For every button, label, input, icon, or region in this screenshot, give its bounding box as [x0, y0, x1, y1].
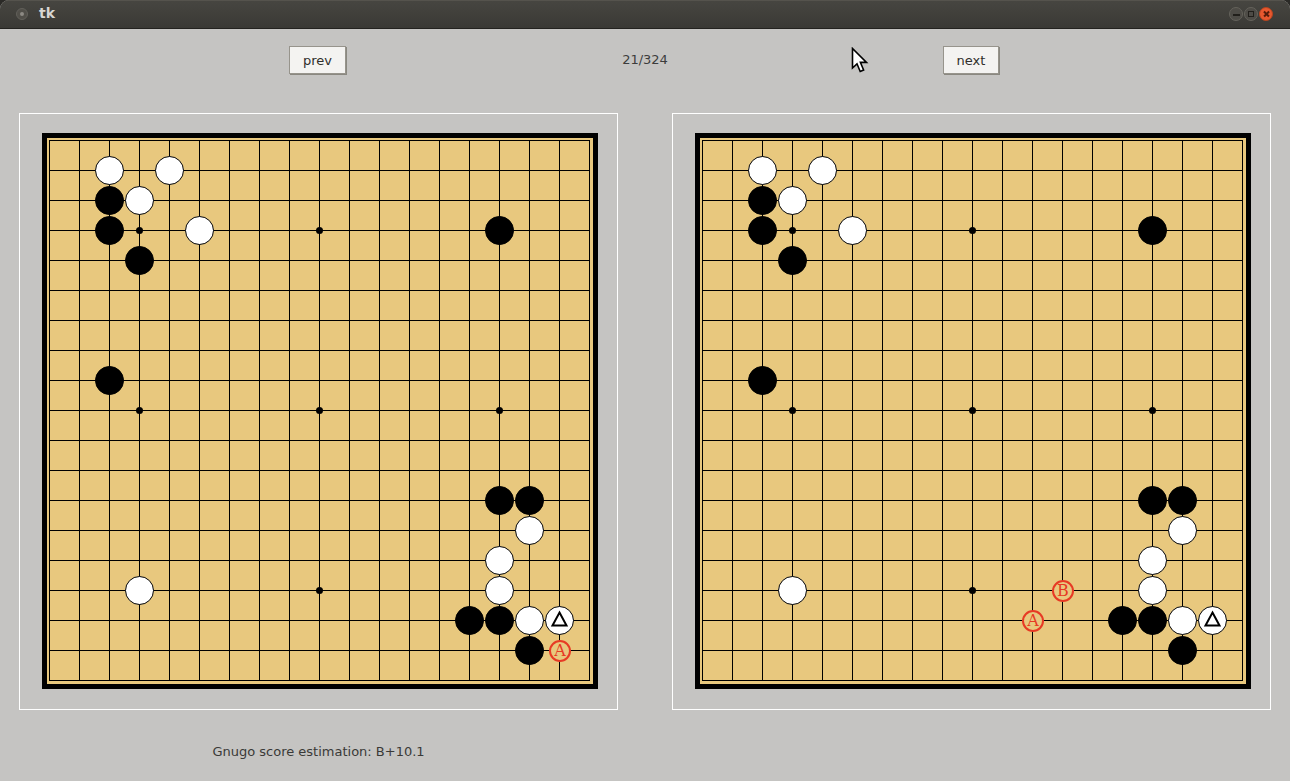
white-stone [485, 546, 514, 575]
star-point [316, 587, 323, 594]
white-stone [1168, 606, 1197, 635]
right-board-canvas[interactable]: AB [672, 113, 1271, 710]
star-point [789, 407, 796, 414]
go-board-left[interactable]: A [42, 133, 598, 689]
star-point [789, 227, 796, 234]
grid-line [702, 440, 1243, 441]
black-stone [1138, 216, 1167, 245]
black-stone [125, 246, 154, 275]
black-stone [748, 366, 777, 395]
black-stone [1138, 486, 1167, 515]
triangle-mark [1198, 606, 1227, 635]
white-stone [95, 156, 124, 185]
black-stone [95, 186, 124, 215]
close-icon [1260, 8, 1272, 20]
black-stone [748, 216, 777, 245]
grid-line [49, 440, 590, 441]
left-board-canvas[interactable]: A [19, 113, 618, 710]
maximize-button[interactable] [1244, 7, 1258, 21]
white-stone [778, 186, 807, 215]
grid-line [1092, 140, 1093, 681]
grid-line [379, 140, 380, 681]
star-point [136, 407, 143, 414]
white-stone [155, 156, 184, 185]
board-grid-left: A [49, 140, 590, 681]
black-stone [515, 486, 544, 515]
white-stone [838, 216, 867, 245]
app-window: tk prev 21/324 next A AB Gnugo score est… [0, 0, 1290, 781]
grid-line [439, 140, 440, 681]
black-stone [1168, 486, 1197, 515]
star-point [969, 407, 976, 414]
black-stone [95, 366, 124, 395]
star-point [136, 227, 143, 234]
score-estimation-label: Gnugo score estimation: B+10.1 [19, 744, 618, 759]
grid-line [559, 140, 560, 681]
grid-line [1182, 140, 1183, 681]
minimize-icon [1233, 14, 1240, 16]
black-stone [1138, 606, 1167, 635]
white-stone [515, 516, 544, 545]
point-label-b[interactable]: B [1052, 580, 1074, 602]
grid-line [49, 530, 590, 531]
white-stone [485, 576, 514, 605]
grid-line [1242, 140, 1243, 681]
point-label-a[interactable]: A [549, 640, 571, 662]
grid-line [1032, 140, 1033, 681]
white-stone [748, 156, 777, 185]
grid-line [1122, 140, 1123, 681]
white-stone [1168, 516, 1197, 545]
prev-button[interactable]: prev [289, 46, 346, 74]
app-icon [16, 8, 28, 20]
grid-line [349, 140, 350, 681]
white-stone [1138, 546, 1167, 575]
grid-line [702, 680, 1243, 681]
star-point [969, 587, 976, 594]
grid-line [702, 650, 1243, 651]
black-stone [1108, 606, 1137, 635]
star-point [496, 407, 503, 414]
white-stone [778, 576, 807, 605]
triangle-mark [545, 606, 574, 635]
black-stone [1168, 636, 1197, 665]
titlebar: tk [0, 0, 1290, 29]
grid-line [49, 470, 590, 471]
black-stone [778, 246, 807, 275]
grid-line [49, 680, 590, 681]
grid-line [49, 650, 590, 651]
maximize-icon [1248, 11, 1254, 17]
white-stone [808, 156, 837, 185]
black-stone [485, 606, 514, 635]
white-stone [125, 186, 154, 215]
position-counter: 21/324 [560, 52, 730, 67]
window-title: tk [39, 5, 55, 21]
grid-line [1212, 140, 1213, 681]
minimize-button[interactable] [1229, 7, 1243, 21]
next-button[interactable]: next [943, 46, 999, 74]
white-stone [125, 576, 154, 605]
point-label-a[interactable]: A [1022, 610, 1044, 632]
grid-line [702, 470, 1243, 471]
grid-line [529, 140, 530, 681]
star-point [316, 227, 323, 234]
grid-line [409, 140, 410, 681]
white-stone [185, 216, 214, 245]
board-grid-right: AB [702, 140, 1243, 681]
close-button[interactable] [1259, 7, 1273, 21]
black-stone [485, 216, 514, 245]
white-stone [515, 606, 544, 635]
black-stone [748, 186, 777, 215]
white-stone [1138, 576, 1167, 605]
star-point [969, 227, 976, 234]
grid-line [1002, 140, 1003, 681]
grid-line [589, 140, 590, 681]
black-stone [455, 606, 484, 635]
go-board-right[interactable]: AB [695, 133, 1251, 689]
black-stone [485, 486, 514, 515]
black-stone [95, 216, 124, 245]
grid-line [469, 140, 470, 681]
mouse-cursor [851, 47, 871, 75]
star-point [1149, 407, 1156, 414]
grid-line [702, 530, 1243, 531]
star-point [316, 407, 323, 414]
black-stone [515, 636, 544, 665]
